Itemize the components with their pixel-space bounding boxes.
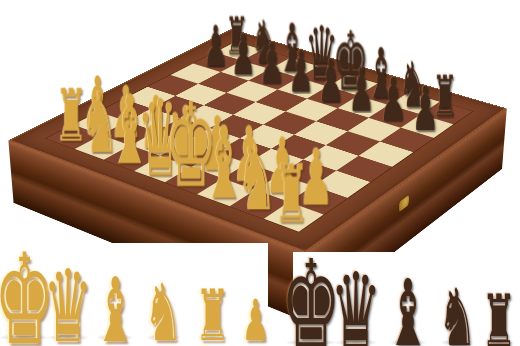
display-piece-white-bishop: ♝ [91, 266, 140, 346]
display-piece-white-pawn: ♟ [239, 292, 270, 346]
display-piece-black-queen: ♛ [327, 259, 384, 346]
display-piece-white-knight: ♞ [141, 274, 184, 346]
display-piece-black-bishop: ♝ [383, 268, 434, 346]
display-piece-black-rook: ♜ [479, 285, 519, 346]
display-piece-white-queen: ♛ [41, 257, 96, 346]
chess-set-photo: ♜♞♝♛♚♝♞♜♟♟♟♟♟♟♟♟♟♟♟♟♟♟♟♟♜♞♝♛♚♝♞♜ ♚♛♝♞♜♟ … [0, 0, 520, 346]
display-piece-black-knight: ♞ [435, 279, 478, 346]
display-piece-rows: ♚♛♝♞♜♟ ♚♛♝♞♜ [0, 0, 520, 346]
display-piece-white-rook: ♜ [192, 280, 231, 346]
